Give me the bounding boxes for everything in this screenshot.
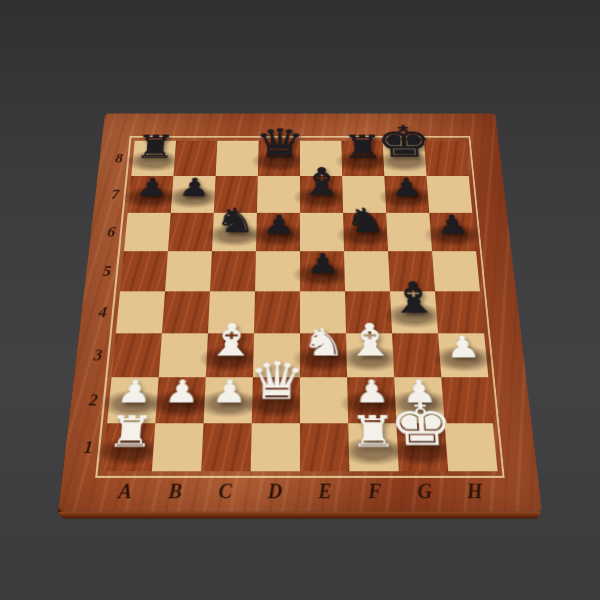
rank-label-2: 2 [69, 377, 108, 423]
black-pawn-g7: ♟ [390, 175, 423, 199]
square-d7 [257, 176, 300, 213]
piece-shadow [431, 346, 496, 372]
black-knight-c6: ♞ [214, 205, 257, 237]
file-label-b: B [149, 475, 201, 509]
square-d8: ♛ [258, 141, 300, 176]
black-queen-d8: ♛ [253, 125, 305, 163]
piece-shadow [338, 346, 402, 372]
square-c6: ♞ [212, 213, 257, 251]
square-d1 [251, 423, 300, 471]
square-e7: ♝ [300, 176, 343, 213]
square-a1: ♜ [102, 423, 155, 471]
square-b2: ♟ [155, 377, 205, 423]
square-h2 [441, 377, 493, 423]
black-bishop-e7: ♝ [298, 163, 346, 199]
piece-shadow [389, 437, 457, 466]
piece-shadow [99, 390, 166, 418]
white-pawn-g2: ♟ [400, 377, 437, 407]
square-a4 [116, 291, 165, 333]
chess-board: ♜♛♜♚♟♟♝♟♞♟♞♟♟♝♝♞♝♟♟♟♟♛♟♟♜♜♚ ABCDEFGH 876… [58, 113, 542, 511]
black-bishop-g4: ♝ [387, 277, 440, 318]
square-d3 [253, 333, 300, 377]
piece-shadow [340, 437, 407, 466]
square-c5 [210, 251, 256, 291]
square-b1 [152, 423, 204, 471]
square-f1: ♜ [348, 423, 399, 471]
square-d5 [255, 251, 300, 291]
square-a3 [112, 333, 162, 377]
rank-label-6: 6 [89, 213, 124, 251]
piece-shadow [339, 390, 404, 418]
black-pawn-a7: ♟ [135, 175, 168, 199]
square-h7 [427, 176, 473, 213]
black-knight-f6: ♞ [344, 205, 387, 237]
square-f3: ♝ [346, 333, 394, 377]
square-g1: ♚ [396, 423, 448, 471]
rank-label-8: 8 [98, 141, 132, 176]
file-label-c: C [199, 475, 250, 509]
square-c2: ♟ [204, 377, 253, 423]
square-g4: ♝ [390, 291, 438, 333]
square-h5 [432, 251, 480, 291]
square-f6: ♞ [343, 213, 388, 251]
file-label-a: A [99, 475, 152, 509]
piece-shadow [243, 390, 308, 418]
square-b5 [165, 251, 212, 291]
white-pawn-f2: ♟ [353, 377, 389, 407]
square-f5 [344, 251, 390, 291]
square-d6: ♟ [256, 213, 300, 251]
square-h6: ♟ [429, 213, 476, 251]
square-h3: ♟ [438, 333, 488, 377]
black-pawn-b7: ♟ [177, 175, 210, 199]
square-e5: ♟ [300, 251, 345, 291]
rank-label-7: 7 [93, 176, 127, 213]
piece-shadow [195, 390, 260, 418]
black-rook-a8: ♜ [133, 133, 176, 163]
square-a7: ♟ [128, 176, 174, 213]
white-rook-a1: ♜ [105, 413, 156, 454]
board-squares: ♜♛♜♚♟♟♝♟♞♟♞♟♟♝♝♞♝♟♟♟♟♛♟♟♜♜♚ [102, 141, 497, 472]
square-h1 [445, 423, 498, 471]
square-g8: ♚ [383, 141, 427, 176]
board-front-edge [58, 512, 542, 519]
square-b7: ♟ [171, 176, 216, 213]
rank-label-1: 1 [63, 423, 103, 471]
rank-label-4: 4 [79, 291, 116, 333]
square-e2 [300, 377, 348, 423]
square-a6 [124, 213, 171, 251]
square-b4 [162, 291, 210, 333]
square-a2: ♟ [107, 377, 159, 423]
square-b8 [173, 141, 217, 176]
file-label-g: G [399, 475, 451, 509]
black-king-g8: ♚ [375, 122, 433, 163]
white-pawn-h3: ♟ [444, 333, 481, 362]
file-label-h: H [448, 475, 501, 509]
white-king-g1: ♚ [387, 398, 455, 454]
square-b6 [168, 213, 214, 251]
square-f2: ♟ [347, 377, 396, 423]
file-labels: ABCDEFGH [99, 475, 501, 509]
white-pawn-b2: ♟ [163, 377, 200, 407]
render-stage: ♜♛♜♚♟♟♝♟♞♟♞♟♟♝♝♞♝♟♟♟♟♛♟♟♜♜♚ ABCDEFGH 876… [0, 0, 600, 600]
white-queen-d2: ♛ [247, 357, 306, 407]
file-label-d: D [250, 475, 300, 509]
file-label-f: F [349, 475, 400, 509]
white-knight-e3: ♞ [301, 324, 346, 361]
scene-3d: ♜♛♜♚♟♟♝♟♞♟♞♟♟♝♝♞♝♟♟♟♟♛♟♟♜♜♚ ABCDEFGH 876… [0, 0, 600, 600]
white-rook-f1: ♜ [349, 413, 398, 454]
square-a5 [120, 251, 168, 291]
white-bishop-c3: ♝ [204, 318, 257, 361]
square-h4 [435, 291, 484, 333]
square-b3 [159, 333, 208, 377]
square-d4 [254, 291, 300, 333]
square-a8: ♜ [131, 141, 176, 176]
black-pawn-e5: ♟ [306, 251, 339, 277]
square-g2: ♟ [394, 377, 444, 423]
white-pawn-a2: ♟ [115, 377, 153, 407]
square-g3 [392, 333, 441, 377]
file-label-e: E [300, 475, 350, 509]
square-d2: ♛ [252, 377, 300, 423]
square-e1 [300, 423, 349, 471]
rank-label-3: 3 [74, 333, 112, 377]
square-e3: ♞ [300, 333, 347, 377]
square-c1 [201, 423, 252, 471]
square-g6 [386, 213, 432, 251]
square-g7: ♟ [384, 176, 429, 213]
square-e6 [300, 213, 344, 251]
white-bishop-f3: ♝ [343, 318, 396, 361]
piece-shadow [94, 437, 163, 466]
white-pawn-c2: ♟ [211, 377, 247, 407]
piece-shadow [387, 390, 453, 418]
square-c8 [216, 141, 259, 176]
piece-shadow [147, 390, 213, 418]
rank-label-5: 5 [84, 251, 120, 291]
square-c3: ♝ [206, 333, 254, 377]
black-pawn-h6: ♟ [435, 212, 469, 237]
black-pawn-d6: ♟ [262, 212, 294, 237]
